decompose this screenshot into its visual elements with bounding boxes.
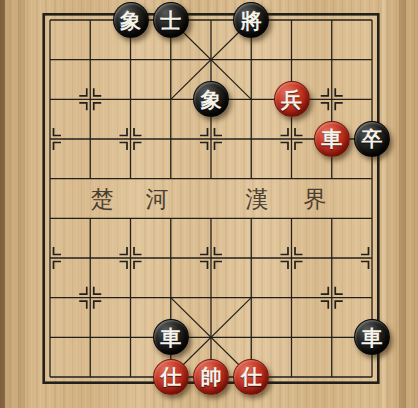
piece-black-chariot[interactable]: 車: [354, 319, 390, 355]
piece-red-soldier[interactable]: 兵: [274, 81, 310, 117]
piece-red-advisor[interactable]: 仕: [153, 359, 189, 395]
piece-black-chariot[interactable]: 車: [153, 319, 189, 355]
piece-black-advisor[interactable]: 士: [153, 2, 189, 38]
piece-black-soldier[interactable]: 卒: [354, 121, 390, 157]
piece-black-general[interactable]: 將: [233, 2, 269, 38]
piece-red-advisor[interactable]: 仕: [233, 359, 269, 395]
piece-red-chariot[interactable]: 車: [314, 121, 350, 157]
piece-black-elephant[interactable]: 象: [113, 2, 149, 38]
piece-red-general[interactable]: 帥: [193, 359, 229, 395]
piece-black-elephant[interactable]: 象: [193, 81, 229, 117]
piece-grid: 象士將象兵車卒車車仕帥仕: [30, 0, 392, 397]
xiangqi-board: 楚 河 漢 界 象士將象兵車卒車車仕帥仕: [0, 0, 418, 408]
